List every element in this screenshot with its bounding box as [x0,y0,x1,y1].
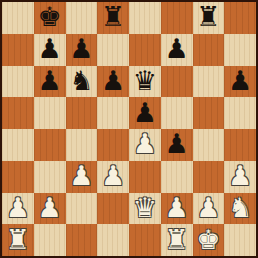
square-a1[interactable]: ♜ [2,224,34,256]
piece-white-knight: ♞ [228,194,252,221]
square-c3[interactable]: ♟ [66,161,98,193]
square-d5[interactable] [97,97,129,129]
square-f5[interactable] [161,97,193,129]
piece-white-pawn: ♟ [228,162,252,189]
chess-board-frame: ♚♜♜♟♟♟♟♞♟♛♟♟♟♟♟♟♟♟♟♛♟♟♞♜♜♚ [0,0,258,258]
square-e6[interactable]: ♛ [129,66,161,98]
piece-black-pawn: ♟ [165,130,189,157]
square-c8[interactable] [66,2,98,34]
square-c4[interactable] [66,129,98,161]
square-e2[interactable]: ♛ [129,193,161,225]
square-g3[interactable] [193,161,225,193]
piece-white-queen: ♛ [133,194,157,221]
piece-black-pawn: ♟ [165,35,189,62]
piece-black-rook: ♜ [101,3,125,30]
piece-white-pawn: ♟ [165,194,189,221]
chess-board: ♚♜♜♟♟♟♟♞♟♛♟♟♟♟♟♟♟♟♟♛♟♟♞♜♜♚ [2,2,256,256]
square-c7[interactable]: ♟ [66,34,98,66]
square-b6[interactable]: ♟ [34,66,66,98]
square-d8[interactable]: ♜ [97,2,129,34]
square-g2[interactable]: ♟ [193,193,225,225]
piece-black-pawn: ♟ [228,67,252,94]
square-e4[interactable]: ♟ [129,129,161,161]
square-b7[interactable]: ♟ [34,34,66,66]
piece-black-pawn: ♟ [133,99,157,126]
square-g5[interactable] [193,97,225,129]
piece-black-pawn: ♟ [69,35,93,62]
square-a7[interactable] [2,34,34,66]
square-a5[interactable] [2,97,34,129]
square-e8[interactable] [129,2,161,34]
piece-white-pawn: ♟ [6,194,30,221]
square-h2[interactable]: ♞ [224,193,256,225]
square-a2[interactable]: ♟ [2,193,34,225]
square-h7[interactable] [224,34,256,66]
square-b1[interactable] [34,224,66,256]
square-h3[interactable]: ♟ [224,161,256,193]
piece-white-pawn: ♟ [196,194,220,221]
square-b8[interactable]: ♚ [34,2,66,34]
square-h6[interactable]: ♟ [224,66,256,98]
square-g8[interactable]: ♜ [193,2,225,34]
piece-white-pawn: ♟ [38,194,62,221]
piece-black-knight: ♞ [69,67,93,94]
square-d2[interactable] [97,193,129,225]
square-f8[interactable] [161,2,193,34]
square-h1[interactable] [224,224,256,256]
square-d1[interactable] [97,224,129,256]
piece-white-pawn: ♟ [69,162,93,189]
square-d6[interactable]: ♟ [97,66,129,98]
square-a4[interactable] [2,129,34,161]
square-f3[interactable] [161,161,193,193]
square-c5[interactable] [66,97,98,129]
square-g1[interactable]: ♚ [193,224,225,256]
piece-black-queen: ♛ [133,67,157,94]
square-c6[interactable]: ♞ [66,66,98,98]
square-d3[interactable]: ♟ [97,161,129,193]
square-f2[interactable]: ♟ [161,193,193,225]
square-f6[interactable] [161,66,193,98]
square-g7[interactable] [193,34,225,66]
square-g6[interactable] [193,66,225,98]
square-b2[interactable]: ♟ [34,193,66,225]
piece-black-pawn: ♟ [38,67,62,94]
piece-white-king: ♚ [196,226,220,253]
piece-black-king: ♚ [38,3,62,30]
square-e3[interactable] [129,161,161,193]
piece-white-rook: ♜ [165,226,189,253]
square-f7[interactable]: ♟ [161,34,193,66]
piece-white-pawn: ♟ [133,130,157,157]
square-e5[interactable]: ♟ [129,97,161,129]
square-f4[interactable]: ♟ [161,129,193,161]
square-h4[interactable] [224,129,256,161]
square-h5[interactable] [224,97,256,129]
square-e1[interactable] [129,224,161,256]
square-c2[interactable] [66,193,98,225]
piece-white-pawn: ♟ [101,162,125,189]
square-b4[interactable] [34,129,66,161]
piece-black-pawn: ♟ [38,35,62,62]
square-b3[interactable] [34,161,66,193]
piece-white-rook: ♜ [6,226,30,253]
square-a3[interactable] [2,161,34,193]
square-d7[interactable] [97,34,129,66]
piece-black-pawn: ♟ [101,67,125,94]
square-f1[interactable]: ♜ [161,224,193,256]
piece-black-rook: ♜ [196,3,220,30]
square-e7[interactable] [129,34,161,66]
square-b5[interactable] [34,97,66,129]
square-c1[interactable] [66,224,98,256]
square-a6[interactable] [2,66,34,98]
square-g4[interactable] [193,129,225,161]
square-a8[interactable] [2,2,34,34]
square-h8[interactable] [224,2,256,34]
square-d4[interactable] [97,129,129,161]
